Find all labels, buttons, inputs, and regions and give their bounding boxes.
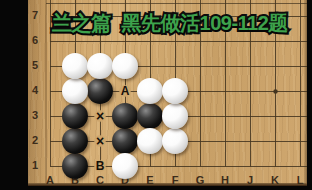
white-stone-F2 xyxy=(162,128,188,154)
black-stone-B2 xyxy=(62,128,88,154)
black-stone-E3 xyxy=(137,103,163,129)
white-stone-F3 xyxy=(162,103,188,129)
black-stone-B3 xyxy=(62,103,88,129)
letterbox-right xyxy=(307,0,312,190)
white-stone-B5 xyxy=(62,53,88,79)
letterbox-bottom xyxy=(0,186,312,190)
black-stone-C4 xyxy=(87,78,113,104)
letterbox-left xyxy=(0,0,28,190)
mark-A-D4: A xyxy=(119,85,132,98)
black-stone-D2 xyxy=(112,128,138,154)
video-frame: 7654321 ABCDEFGHJKL A××B 兰之篇 黑先做活109-112… xyxy=(0,0,312,190)
mark-X-C2: × xyxy=(94,135,107,148)
mark-B-C1: B xyxy=(94,160,107,173)
mark-X-C3: × xyxy=(94,110,107,123)
white-stone-E2 xyxy=(137,128,163,154)
white-stone-C5 xyxy=(87,53,113,79)
white-stone-F4 xyxy=(162,78,188,104)
black-stone-D3 xyxy=(112,103,138,129)
white-stone-D1 xyxy=(112,153,138,179)
video-title-overlay: 兰之篇 黑先做活109-112题 xyxy=(52,10,288,37)
white-stone-B4 xyxy=(62,78,88,104)
black-stone-B1 xyxy=(62,153,88,179)
white-stone-E4 xyxy=(137,78,163,104)
white-stone-D5 xyxy=(112,53,138,79)
